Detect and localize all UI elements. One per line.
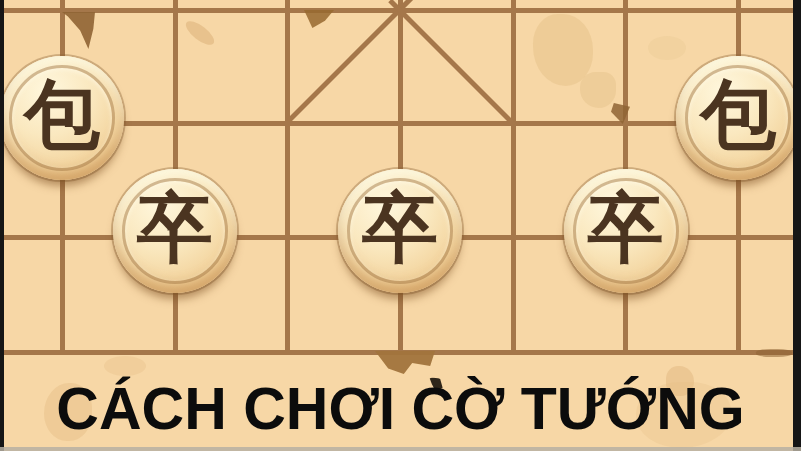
piece-black-soldier[interactable]: 卒	[338, 169, 462, 293]
palace-diagonal	[388, 0, 516, 127]
board-stain	[533, 14, 593, 86]
screen-edge-strip-bottom	[0, 447, 801, 451]
board-stain	[648, 36, 686, 60]
piece-glyph-black-cannon: 包	[700, 77, 776, 153]
palace-diagonal	[285, 0, 413, 124]
board-stain	[580, 72, 616, 108]
piece-glyph-black-cannon: 包	[24, 77, 100, 153]
screen-edge-bar-right	[793, 0, 801, 451]
piece-black-cannon[interactable]: 包	[676, 56, 800, 180]
screen-edge-bar-left	[0, 0, 4, 451]
piece-glyph-black-soldier: 卒	[362, 190, 438, 266]
piece-black-cannon[interactable]: 包	[0, 56, 124, 180]
grid-line-vertical	[285, 0, 290, 355]
xiangqi-board-screenshot: 包包卒卒卒 CÁCH CHƠI CỜ TƯỚNG	[0, 0, 801, 451]
piece-glyph-black-soldier: 卒	[137, 190, 213, 266]
board-stain	[182, 17, 217, 49]
piece-black-soldier[interactable]: 卒	[564, 169, 688, 293]
board-stain	[104, 356, 146, 376]
piece-glyph-black-soldier: 卒	[588, 190, 664, 266]
caption-title: CÁCH CHƠI CỜ TƯỚNG	[0, 379, 801, 439]
grid-line-vertical	[511, 0, 516, 355]
piece-black-soldier[interactable]: 卒	[113, 169, 237, 293]
board-stain-dark	[62, 12, 95, 49]
